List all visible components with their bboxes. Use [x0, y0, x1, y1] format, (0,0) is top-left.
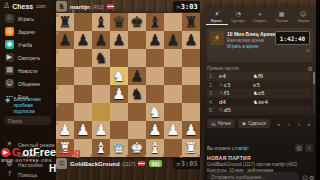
arena-card[interactable]: ⚡ 10 Мин Блиц Арена Ежечасная арена Игра…	[207, 28, 313, 62]
square-g8[interactable]	[164, 13, 182, 31]
clock-icon: ◔	[175, 161, 179, 167]
arena-subtitle: Ежечасная арена	[227, 38, 272, 43]
arena-card-info: 10 Мин Блиц Арена Ежечасная арена Играть…	[227, 31, 272, 59]
square-b5[interactable]	[74, 67, 92, 85]
move-number: 4.	[207, 99, 219, 105]
white-pawn-c2: ♟	[92, 121, 110, 139]
emoji-chip-icon[interactable]: ☺	[295, 144, 303, 152]
white-pawn-g2: ♟	[164, 121, 182, 139]
coord-rank-2: 2	[56, 121, 58, 126]
square-a7[interactable]: 7♟	[56, 31, 74, 49]
square-g4[interactable]	[164, 85, 182, 103]
square-h8[interactable]: ♜	[182, 13, 200, 31]
draw-button[interactable]: ½ Ничья	[207, 119, 235, 128]
move-list: 1.e4♞f62.♘c3e53.♘f3♞c64.d4♞xe45.♘d5	[207, 72, 311, 115]
social-icon: ☺	[5, 79, 14, 88]
square-f7[interactable]: ♟	[146, 31, 164, 49]
free-trial-link[interactable]: ◈ Бесплатная пробная подписка	[5, 96, 53, 114]
last-move-highlight	[92, 103, 110, 121]
black-pawn-b7: ♟	[74, 31, 92, 49]
sidebar-item-Играть[interactable]: ♘Играть	[5, 13, 34, 24]
square-e8[interactable]: ♚	[128, 13, 146, 31]
scrollbar-thumb[interactable]	[313, 72, 315, 84]
moves-scrollbar[interactable]	[313, 72, 315, 115]
coord-rank-6: 6	[56, 49, 58, 54]
moves-title: Прямая партия	[207, 66, 239, 71]
black-pawn-h7: ♟	[182, 31, 200, 49]
resign-button[interactable]: ⚑ Сдаться	[238, 119, 270, 128]
player-bar-black: ♞ martijn (402) ◔ 3:03	[56, 0, 200, 13]
square-h1[interactable]: h♜	[182, 139, 200, 157]
move-row: 2.♘c3e5	[207, 81, 311, 90]
puzzle-icon: ◎	[5, 27, 14, 36]
half-point-icon: ½	[211, 121, 216, 127]
emoji-icon[interactable]: ☺	[302, 174, 308, 180]
move-black[interactable]: e5	[253, 82, 287, 88]
black-pawn-d7: ♟	[110, 31, 128, 49]
sidebar-item-label: Играть	[18, 16, 34, 22]
black-knight-c6: ♞	[92, 49, 110, 67]
watermark-mid: otFree	[23, 146, 57, 158]
move-black[interactable]: ♞c6	[253, 90, 287, 96]
tab-label: Играть	[211, 18, 222, 23]
logo-text: Chess	[12, 3, 33, 10]
black-knight-e4: ♞	[128, 85, 146, 103]
square-e3[interactable]	[128, 103, 146, 121]
move-row: 5.♘d5	[207, 106, 311, 115]
move-white[interactable]: e4	[219, 73, 253, 79]
white-pawn-f2: ♟	[146, 121, 164, 139]
square-b8[interactable]	[74, 13, 92, 31]
square-h5[interactable]	[182, 67, 200, 85]
last-move-highlight	[110, 67, 128, 85]
square-h7[interactable]: ♟	[182, 31, 200, 49]
black-queen-d8: ♛	[110, 13, 128, 31]
white-knight-f3: ♞	[146, 103, 164, 121]
tournaments-icon: ◔	[236, 10, 241, 17]
square-a3[interactable]: 3	[56, 103, 74, 121]
square-f4[interactable]	[146, 85, 164, 103]
flag-icon-black	[107, 4, 114, 9]
square-b4[interactable]	[74, 85, 92, 103]
tab-Турниры[interactable]: ◔Турниры	[228, 8, 250, 25]
square-c3[interactable]	[92, 103, 110, 121]
chat-input[interactable]: Отправить сообщение...	[207, 172, 299, 180]
arena-timer: 1:42:40	[275, 31, 310, 45]
watermark-logo-icon: ▶	[1, 148, 10, 157]
chesscom-app-window: ♙ Chess .com ♘Играть◎Задачи◆Учёба▶Смотре…	[0, 0, 320, 180]
game-panel: ⚡Играть◔Турниры+Создать▦Партии☺Игроки ⚡ …	[204, 6, 316, 180]
move-nav: «‹›»	[275, 119, 313, 128]
square-g5[interactable]	[164, 67, 182, 85]
black-pawn-a7: ♟	[56, 31, 74, 49]
square-b3[interactable]	[74, 103, 92, 121]
watermark-caption: WWW.GOTFREE.ORG	[1, 158, 73, 163]
move-white[interactable]: ♘d5	[219, 107, 253, 113]
chat-message: Вы играете с martijn ☺☝	[207, 144, 313, 152]
search-placeholder: Поиск	[8, 118, 22, 124]
square-d6[interactable]	[110, 49, 128, 67]
arena-timer-value: 1:42:40	[280, 35, 305, 42]
arena-score-badge: 501	[149, 160, 161, 167]
square-e6[interactable]	[128, 49, 146, 67]
coord-rank-7: 7	[56, 31, 58, 36]
square-h4[interactable]	[182, 85, 200, 103]
square-g1[interactable]: g	[164, 139, 182, 157]
sidebar-item-Задачи[interactable]: ◎Задачи	[5, 26, 35, 37]
black-pawn-g7: ♟	[164, 31, 182, 49]
square-c7[interactable]: ♟	[92, 31, 110, 49]
black-pawn-e5: ♟	[128, 67, 146, 85]
square-e4[interactable]: ♞	[128, 85, 146, 103]
free-trial-label: Бесплатная пробная подписка	[13, 96, 53, 114]
move-row: 1.e4♞f6	[207, 72, 311, 81]
square-g6[interactable]	[164, 49, 182, 67]
square-b2[interactable]: ♟	[74, 121, 92, 139]
arena-title: 10 Мин Блиц Арена	[227, 31, 272, 37]
sidebar-item-Общение[interactable]: ☺Общение	[5, 78, 40, 89]
watermark-extra: H	[49, 163, 56, 174]
tab-label: Игроки	[297, 18, 309, 23]
square-h6[interactable]	[182, 49, 200, 67]
help-icon: ?	[5, 170, 14, 179]
coord-rank-4: 4	[56, 85, 58, 90]
square-d8[interactable]: ♛	[110, 13, 128, 31]
square-a8[interactable]: 8♜	[56, 13, 74, 31]
play-bolt-icon: ⚡	[215, 10, 219, 17]
knight-icon: ♘	[5, 14, 14, 23]
black-pawn-f7: ♟	[146, 31, 164, 49]
flag-icon: ⚑	[242, 121, 246, 127]
square-f8[interactable]: ♝	[146, 13, 164, 31]
square-h3[interactable]	[182, 103, 200, 121]
white-pawn-d4: ♟	[110, 85, 128, 103]
arena-score-value: 501	[151, 161, 159, 167]
square-b7[interactable]: ♟	[74, 31, 92, 49]
square-c8[interactable]: ♝	[92, 13, 110, 31]
move-number: 3.	[207, 90, 219, 96]
share-icon[interactable]: ↗	[305, 47, 310, 54]
move-white[interactable]: ♘c3	[219, 82, 253, 88]
square-f6[interactable]	[146, 49, 164, 67]
games-icon: ▦	[279, 10, 285, 17]
arena-card-right: 1:42:40 ↗	[275, 31, 310, 59]
chat-message-text: Вы играете с	[207, 146, 234, 151]
player-clock-white: ◔ 3:05	[173, 158, 200, 169]
move-white[interactable]: d4	[219, 99, 253, 105]
arena-link[interactable]: Играть в арене	[227, 44, 272, 49]
sidebar-item-label: Общение	[18, 81, 40, 87]
square-g2[interactable]: ♟	[164, 121, 182, 139]
square-c6[interactable]: ♞	[92, 49, 110, 67]
avatar-black[interactable]: ♞	[56, 1, 67, 12]
search-input[interactable]: Поиск	[4, 116, 51, 125]
square-f1[interactable]: f♝	[146, 139, 164, 157]
move-number: 2.	[207, 82, 219, 88]
square-a6[interactable]: 6	[56, 49, 74, 67]
flag-icon-white	[138, 161, 145, 166]
watch-icon: ▶	[5, 53, 14, 62]
logo-suffix: .com	[35, 3, 46, 9]
nav-first-button[interactable]: «	[275, 119, 283, 128]
square-d1[interactable]: d♛	[110, 139, 128, 157]
chesscom-logo[interactable]: ♙ Chess .com	[3, 2, 46, 10]
news-icon: ▤	[5, 66, 14, 75]
chess-board: 8♜♝♛♚♝♜7♟♟♟♟♟♟♟6♞5♞♟4♟♞3♞2♟♟♟♟♟♟1a♜bc♝d♛…	[56, 13, 200, 157]
black-pawn-c7: ♟	[92, 31, 110, 49]
square-g3[interactable]	[164, 103, 182, 121]
nav-last-button[interactable]: »	[305, 119, 313, 128]
chat-reactions: ☺☝	[295, 144, 313, 152]
coord-rank-5: 5	[56, 67, 58, 72]
diamond-icon: ◈	[5, 96, 10, 114]
square-d2[interactable]	[110, 121, 128, 139]
square-c1[interactable]: c♝	[92, 139, 110, 157]
white-pawn-h2: ♟	[182, 121, 200, 139]
square-b6[interactable]	[74, 49, 92, 67]
tab-Партии[interactable]: ▦Партии	[271, 8, 293, 25]
move-white[interactable]: ♘f3	[219, 90, 253, 96]
watermark-suffix: .Org	[58, 146, 81, 158]
sidebar-item-label: Смотреть	[18, 55, 40, 61]
lessons-icon: ◆	[5, 40, 14, 49]
chat-message-username[interactable]: martijn	[235, 146, 249, 151]
square-e2[interactable]	[128, 121, 146, 139]
player-clock-black: ◔ 3:03	[173, 1, 200, 12]
tab-label: Турниры	[231, 18, 245, 23]
square-f5[interactable]	[146, 67, 164, 85]
square-a4[interactable]: 4	[56, 85, 74, 103]
square-e5[interactable]: ♟	[128, 67, 146, 85]
chat-input-placeholder: Отправить сообщение...	[211, 175, 265, 180]
move-black[interactable]: ♞f6	[253, 73, 287, 79]
move-row: 4.d4♞xe4	[207, 98, 311, 107]
player-rating-white: (1117)	[122, 161, 136, 167]
sidebar-item-label: Новости	[18, 68, 37, 74]
resign-label: Сдаться	[248, 121, 265, 126]
pawn-icon: ♙	[3, 2, 10, 10]
black-bishop-c8: ♝	[92, 13, 110, 31]
sidebar-item-Учёба[interactable]: ◆Учёба	[5, 39, 32, 50]
hand-chip-icon[interactable]: ☝	[305, 144, 313, 152]
coord-rank-1: 1	[56, 139, 58, 144]
chat-settings-icon[interactable]: ⚙	[309, 174, 314, 180]
clock-time-black: 3:03	[181, 3, 198, 11]
white-bishop-f1: ♝	[146, 139, 164, 157]
tab-Играть[interactable]: ⚡Играть	[206, 8, 228, 25]
moves-header: Прямая партия ⚙	[207, 65, 313, 72]
coord-rank-3: 3	[56, 103, 58, 108]
tab-Игроки[interactable]: ☺Игроки	[292, 8, 314, 25]
tab-label: Создать	[253, 18, 267, 23]
square-d4[interactable]: ♟	[110, 85, 128, 103]
white-pawn-b2: ♟	[74, 121, 92, 139]
create-icon: +	[257, 10, 262, 17]
player-rating-black: (402)	[92, 4, 104, 10]
move-black[interactable]: ♞xe4	[253, 99, 287, 105]
screen-edge	[316, 0, 320, 180]
tab-Создать[interactable]: +Создать	[249, 8, 271, 25]
panel-tabs: ⚡Играть◔Турниры+Создать▦Партии☺Игроки	[206, 8, 314, 25]
avatar-glyph: ♞	[58, 2, 65, 11]
square-a2[interactable]: 2♟	[56, 121, 74, 139]
tab-label: Партии	[275, 18, 287, 23]
square-d5[interactable]: ♞	[110, 67, 128, 85]
bolt-icon: ⚡	[210, 31, 224, 45]
sidebar-bottom-label: Помощь	[18, 172, 37, 178]
nav-forward-button[interactable]: ›	[295, 119, 303, 128]
white-pawn-a2: ♟	[56, 121, 74, 139]
black-rook-a8: ♜	[56, 13, 74, 31]
square-f3[interactable]: ♞	[146, 103, 164, 121]
watermark-prefix: G	[12, 146, 21, 158]
move-row: 3.♘f3♞c6	[207, 89, 311, 98]
sidebar-item-label: Задачи	[18, 29, 35, 35]
square-h2[interactable]: ♟	[182, 121, 200, 139]
square-f2[interactable]: ♟	[146, 121, 164, 139]
coord-rank-8: 8	[56, 13, 58, 18]
square-g7[interactable]: ♟	[164, 31, 182, 49]
sidebar-bottom-help[interactable]: ?Помощь	[5, 169, 37, 180]
black-rook-h8: ♜	[182, 13, 200, 31]
square-e1[interactable]: e♚	[128, 139, 146, 157]
nav-back-button[interactable]: ‹	[285, 119, 293, 128]
move-number: 5.	[207, 107, 219, 113]
square-e7[interactable]	[128, 31, 146, 49]
new-game-block: НОВАЯ ПАРТИЯ GoldBackGround (1117) проти…	[207, 155, 313, 173]
square-a5[interactable]: 5	[56, 67, 74, 85]
clock-time-white: 3:05	[181, 160, 198, 168]
black-bishop-f8: ♝	[146, 13, 164, 31]
new-game-header: НОВАЯ ПАРТИЯ	[207, 155, 313, 161]
sidebar-item-Смотреть[interactable]: ▶Смотреть	[5, 52, 40, 63]
square-c4[interactable]	[92, 85, 110, 103]
black-king-e8: ♚	[128, 13, 146, 31]
game-controls: ½ Ничья ⚑ Сдаться «‹›»	[207, 119, 313, 128]
gear-icon[interactable]: ⚙	[308, 65, 313, 72]
clock-icon: ◔	[175, 4, 179, 10]
watermark-row: ▶ G otFree .Org	[1, 146, 81, 158]
square-c5[interactable]	[92, 67, 110, 85]
sidebar-item-Новости[interactable]: ▤Новости	[5, 65, 37, 76]
move-number: 1.	[207, 73, 219, 79]
square-d7[interactable]: ♟	[110, 31, 128, 49]
players-icon: ☺	[300, 10, 306, 17]
square-c2[interactable]: ♟	[92, 121, 110, 139]
sidebar-item-label: Учёба	[18, 42, 32, 48]
new-game-line1: GoldBackGround (1117) против martijn (40…	[207, 162, 313, 167]
draw-label: Ничья	[218, 121, 231, 126]
watermark: ▶ G otFree .Org WWW.GOTFREE.ORG H	[1, 146, 81, 163]
square-d3[interactable]	[110, 103, 128, 121]
